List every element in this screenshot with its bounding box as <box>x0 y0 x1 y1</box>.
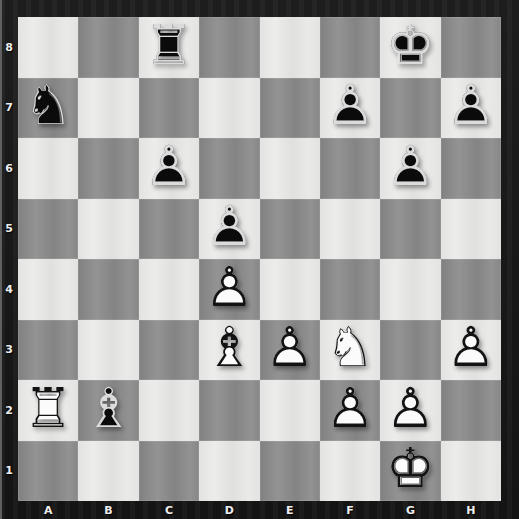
white-pawn-glyph-outline: ♙ <box>199 257 259 318</box>
white-pawn-glyph-outline: ♙ <box>441 318 501 379</box>
square-d1[interactable] <box>199 441 259 502</box>
rank-label-5: 5 <box>0 199 18 260</box>
file-label-e: E <box>260 501 320 519</box>
file-label-b: B <box>78 501 138 519</box>
piece-white-pawn-h3[interactable]: ♟♙ <box>441 320 501 381</box>
square-f7[interactable]: ♟♙ <box>320 78 380 139</box>
square-f1[interactable] <box>320 441 380 502</box>
square-b8[interactable] <box>78 17 138 78</box>
square-b5[interactable] <box>78 199 138 260</box>
square-d2[interactable] <box>199 380 259 441</box>
square-g8[interactable]: ♚♔ <box>380 17 440 78</box>
square-a4[interactable] <box>18 259 78 320</box>
square-h8[interactable] <box>441 17 501 78</box>
black-king-glyph-outline: ♔ <box>380 15 440 76</box>
white-rook-glyph-outline: ♖ <box>18 378 78 439</box>
square-c2[interactable] <box>139 380 199 441</box>
white-pawn-glyph-outline: ♙ <box>320 378 380 439</box>
rank-label-2: 2 <box>0 380 18 441</box>
square-b2[interactable]: ♝♗ <box>78 380 138 441</box>
square-b1[interactable] <box>78 441 138 502</box>
piece-black-pawn-c6[interactable]: ♟♙ <box>139 138 199 199</box>
file-label-g: G <box>380 501 440 519</box>
square-c1[interactable] <box>139 441 199 502</box>
black-rook-glyph-outline: ♖ <box>139 15 199 76</box>
piece-white-pawn-e3[interactable]: ♟♙ <box>260 320 320 381</box>
square-a6[interactable] <box>18 138 78 199</box>
chessboard-frame: 87654321 ♜♖♚♔♞♘♟♙♟♙♟♙♟♙♟♙♟♙♝♗♟♙♞♘♟♙♜♖♝♗♟… <box>0 0 519 519</box>
rank-label-column: 87654321 <box>0 17 18 501</box>
piece-black-king-g8[interactable]: ♚♔ <box>380 17 440 78</box>
square-f6[interactable] <box>320 138 380 199</box>
white-knight-glyph-outline: ♘ <box>320 318 380 379</box>
square-b3[interactable] <box>78 320 138 381</box>
piece-black-knight-a7[interactable]: ♞♘ <box>18 78 78 139</box>
square-h7[interactable]: ♟♙ <box>441 78 501 139</box>
square-c6[interactable]: ♟♙ <box>139 138 199 199</box>
square-c8[interactable]: ♜♖ <box>139 17 199 78</box>
white-pawn-glyph-outline: ♙ <box>380 378 440 439</box>
piece-white-pawn-f2[interactable]: ♟♙ <box>320 380 380 441</box>
piece-black-pawn-d5[interactable]: ♟♙ <box>199 199 259 260</box>
square-h2[interactable] <box>441 380 501 441</box>
black-pawn-glyph-outline: ♙ <box>441 76 501 137</box>
black-pawn-glyph-outline: ♙ <box>199 197 259 258</box>
piece-white-pawn-g2[interactable]: ♟♙ <box>380 380 440 441</box>
square-e7[interactable] <box>260 78 320 139</box>
square-g6[interactable]: ♟♙ <box>380 138 440 199</box>
piece-black-pawn-f7[interactable]: ♟♙ <box>320 78 380 139</box>
square-e4[interactable] <box>260 259 320 320</box>
file-label-row: ABCDEFGH <box>18 501 501 519</box>
square-c7[interactable] <box>139 78 199 139</box>
piece-black-rook-c8[interactable]: ♜♖ <box>139 17 199 78</box>
file-label-d: D <box>199 501 259 519</box>
chess-board: ♜♖♚♔♞♘♟♙♟♙♟♙♟♙♟♙♟♙♝♗♟♙♞♘♟♙♜♖♝♗♟♙♟♙♚♔ <box>18 17 501 501</box>
file-label-f: F <box>320 501 380 519</box>
square-a7[interactable]: ♞♘ <box>18 78 78 139</box>
white-bishop-glyph-outline: ♗ <box>199 318 259 379</box>
square-g4[interactable] <box>380 259 440 320</box>
square-d5[interactable]: ♟♙ <box>199 199 259 260</box>
square-e5[interactable] <box>260 199 320 260</box>
square-a5[interactable] <box>18 199 78 260</box>
piece-white-pawn-d4[interactable]: ♟♙ <box>199 259 259 320</box>
square-h4[interactable] <box>441 259 501 320</box>
piece-white-knight-f3[interactable]: ♞♘ <box>320 320 380 381</box>
square-f8[interactable] <box>320 17 380 78</box>
square-a3[interactable] <box>18 320 78 381</box>
piece-white-rook-a2[interactable]: ♜♖ <box>18 380 78 441</box>
square-d3[interactable]: ♝♗ <box>199 320 259 381</box>
black-knight-glyph-outline: ♘ <box>18 76 78 137</box>
file-label-a: A <box>18 501 78 519</box>
square-e2[interactable] <box>260 380 320 441</box>
square-f3[interactable]: ♞♘ <box>320 320 380 381</box>
square-c4[interactable] <box>139 259 199 320</box>
square-e1[interactable] <box>260 441 320 502</box>
square-a8[interactable] <box>18 17 78 78</box>
black-pawn-glyph-outline: ♙ <box>320 76 380 137</box>
square-b7[interactable] <box>78 78 138 139</box>
square-h5[interactable] <box>441 199 501 260</box>
square-f4[interactable] <box>320 259 380 320</box>
black-pawn-glyph-outline: ♙ <box>139 136 199 197</box>
black-bishop-glyph-outline: ♗ <box>78 378 138 439</box>
square-e8[interactable] <box>260 17 320 78</box>
square-b4[interactable] <box>78 259 138 320</box>
square-g2[interactable]: ♟♙ <box>380 380 440 441</box>
white-king-glyph-outline: ♔ <box>380 439 440 500</box>
square-g1[interactable]: ♚♔ <box>380 441 440 502</box>
rank-label-8: 8 <box>0 17 18 78</box>
square-d4[interactable]: ♟♙ <box>199 259 259 320</box>
piece-black-bishop-b2[interactable]: ♝♗ <box>78 380 138 441</box>
square-h6[interactable] <box>441 138 501 199</box>
square-d6[interactable] <box>199 138 259 199</box>
white-pawn-glyph-outline: ♙ <box>260 318 320 379</box>
square-g3[interactable] <box>380 320 440 381</box>
piece-black-pawn-h7[interactable]: ♟♙ <box>441 78 501 139</box>
file-label-c: C <box>139 501 199 519</box>
square-c3[interactable] <box>139 320 199 381</box>
rank-label-7: 7 <box>0 78 18 139</box>
piece-white-king-g1[interactable]: ♚♔ <box>380 441 440 502</box>
square-f5[interactable] <box>320 199 380 260</box>
rank-label-4: 4 <box>0 259 18 320</box>
square-d7[interactable] <box>199 78 259 139</box>
square-a1[interactable] <box>18 441 78 502</box>
square-g7[interactable] <box>380 78 440 139</box>
piece-white-bishop-d3[interactable]: ♝♗ <box>199 320 259 381</box>
rank-label-1: 1 <box>0 441 18 502</box>
black-pawn-glyph-outline: ♙ <box>380 136 440 197</box>
square-h1[interactable] <box>441 441 501 502</box>
file-label-h: H <box>441 501 501 519</box>
square-b6[interactable] <box>78 138 138 199</box>
square-c5[interactable] <box>139 199 199 260</box>
rank-label-3: 3 <box>0 320 18 381</box>
square-a2[interactable]: ♜♖ <box>18 380 78 441</box>
piece-black-pawn-g6[interactable]: ♟♙ <box>380 138 440 199</box>
square-g5[interactable] <box>380 199 440 260</box>
square-e6[interactable] <box>260 138 320 199</box>
square-e3[interactable]: ♟♙ <box>260 320 320 381</box>
square-h3[interactable]: ♟♙ <box>441 320 501 381</box>
square-f2[interactable]: ♟♙ <box>320 380 380 441</box>
square-d8[interactable] <box>199 17 259 78</box>
rank-label-6: 6 <box>0 138 18 199</box>
